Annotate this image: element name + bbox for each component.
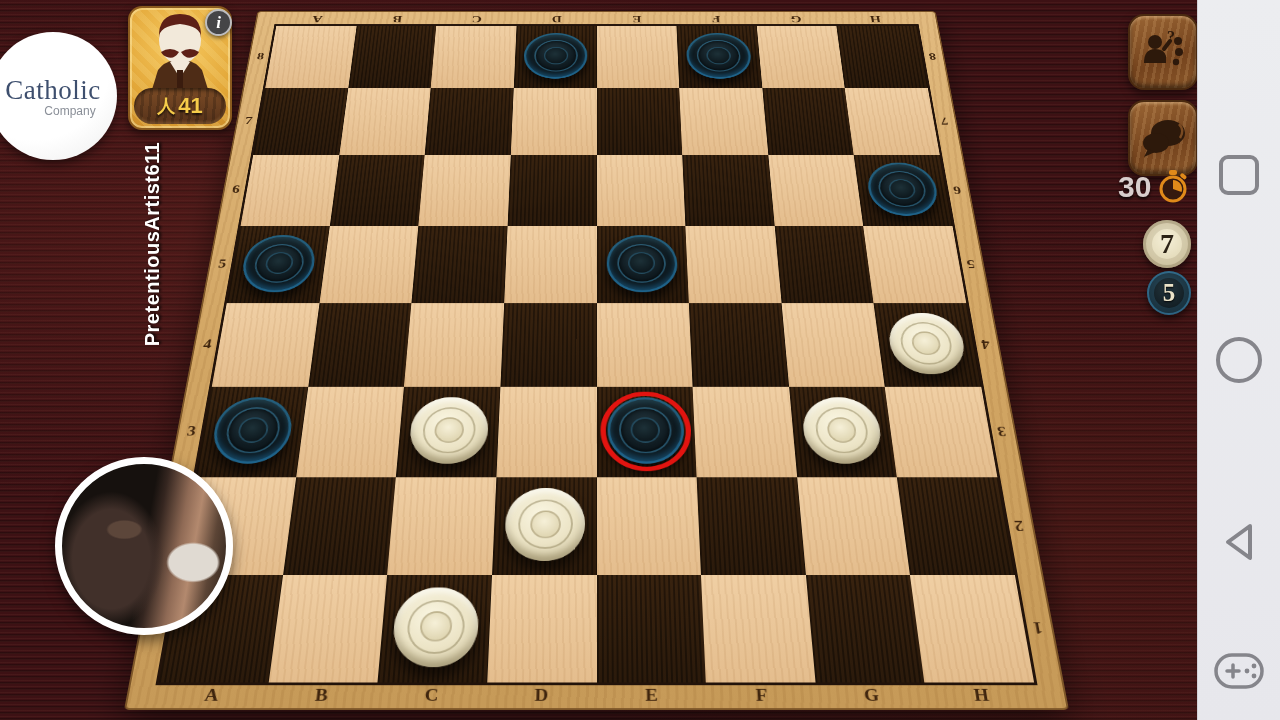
square-d8[interactable]	[514, 26, 597, 88]
file-label: B	[356, 12, 437, 25]
ad-line2: Company	[44, 104, 95, 118]
file-label: C	[375, 682, 487, 708]
webcam-video-circle[interactable]	[55, 457, 233, 635]
stopwatch-icon	[1157, 170, 1189, 204]
square-b8[interactable]	[348, 26, 436, 88]
dark-checker-piece[interactable]	[209, 397, 296, 464]
ad-logo-circle[interactable]: Catholic Company	[0, 32, 117, 160]
file-labels-top: ABCDEFGH	[276, 12, 916, 25]
white-checker-piece[interactable]	[800, 397, 884, 464]
square-e2[interactable]	[597, 477, 702, 575]
svg-text:?: ?	[1167, 29, 1175, 45]
square-h3[interactable]	[885, 387, 997, 477]
opponent-name: PretentiousArtist611	[141, 106, 164, 382]
file-label: A	[154, 682, 268, 708]
home-circle-icon[interactable]	[1215, 336, 1263, 384]
square-d4[interactable]	[500, 303, 596, 386]
white-checker-piece[interactable]	[885, 313, 968, 375]
square-g4[interactable]	[781, 303, 885, 386]
square-f4[interactable]	[689, 303, 789, 386]
square-f5[interactable]	[685, 226, 781, 303]
person-question-icon: ?	[1140, 29, 1186, 75]
file-label: E	[597, 12, 677, 25]
square-e7[interactable]	[597, 88, 683, 155]
back-triangle-icon[interactable]	[1218, 520, 1260, 564]
ad-line1: Catholic	[5, 75, 100, 106]
file-label: E	[597, 682, 708, 708]
square-b5[interactable]	[319, 226, 418, 303]
square-e4[interactable]	[597, 303, 693, 386]
square-h5[interactable]	[863, 226, 966, 303]
square-c8[interactable]	[431, 26, 517, 88]
square-d3[interactable]	[496, 387, 596, 477]
square-a6[interactable]	[241, 155, 340, 227]
square-d1[interactable]	[487, 575, 596, 682]
square-b1[interactable]	[268, 575, 387, 682]
square-f3[interactable]	[693, 387, 797, 477]
square-c7[interactable]	[425, 88, 514, 155]
square-d5[interactable]	[504, 226, 596, 303]
white-captured-count: 7	[1160, 228, 1174, 260]
highlight-ring	[600, 392, 692, 471]
file-label: C	[436, 12, 517, 25]
square-d7[interactable]	[511, 88, 597, 155]
white-checker-piece[interactable]	[504, 488, 585, 561]
square-e6[interactable]	[597, 155, 686, 227]
opponent-question-button[interactable]: ?	[1128, 14, 1198, 90]
file-label: H	[925, 682, 1039, 708]
square-b7[interactable]	[339, 88, 431, 155]
square-e1[interactable]	[597, 575, 706, 682]
file-label: A	[276, 12, 358, 25]
square-c5[interactable]	[412, 226, 508, 303]
file-label: H	[835, 12, 917, 25]
checkers-app-screen: { "game": "checkers (english draughts)",…	[0, 0, 1280, 720]
square-a4[interactable]	[212, 303, 319, 386]
square-h4[interactable]	[874, 303, 981, 386]
dark-captured-badge: 5	[1147, 271, 1191, 315]
square-h6[interactable]	[854, 155, 953, 227]
square-b2[interactable]	[283, 477, 396, 575]
checkers-board: ABCDEFGH ABCDEFGH 87654321 87654321	[124, 11, 1069, 710]
square-f2[interactable]	[697, 477, 806, 575]
square-g7[interactable]	[762, 88, 854, 155]
square-a3[interactable]	[196, 387, 308, 477]
square-d2[interactable]	[492, 477, 597, 575]
square-c4[interactable]	[404, 303, 504, 386]
dark-checker-piece[interactable]	[523, 33, 588, 79]
square-b6[interactable]	[330, 155, 425, 227]
game-tools-icon[interactable]	[1213, 650, 1265, 692]
file-label: G	[755, 12, 836, 25]
square-f7[interactable]	[679, 88, 768, 155]
file-label: F	[706, 682, 818, 708]
white-captured-badge: 7	[1143, 220, 1191, 268]
square-c2[interactable]	[387, 477, 496, 575]
square-g1[interactable]	[806, 575, 925, 682]
square-g8[interactable]	[757, 26, 845, 88]
move-timer: 30	[1118, 170, 1198, 204]
info-letter: i	[216, 13, 221, 33]
dark-checker-piece[interactable]	[686, 33, 753, 79]
info-button[interactable]: i	[205, 9, 232, 36]
square-e3[interactable]	[597, 387, 697, 477]
file-label: F	[676, 12, 757, 25]
file-labels-bottom: ABCDEFGH	[154, 682, 1038, 708]
square-c6[interactable]	[419, 155, 511, 227]
square-g2[interactable]	[797, 477, 910, 575]
dark-captured-count: 5	[1163, 279, 1176, 307]
white-checker-piece[interactable]	[391, 588, 480, 667]
square-e8[interactable]	[597, 26, 680, 88]
square-g6[interactable]	[768, 155, 863, 227]
square-f6[interactable]	[682, 155, 774, 227]
square-h8[interactable]	[837, 26, 928, 88]
dark-checker-piece[interactable]	[239, 235, 319, 292]
square-c1[interactable]	[378, 575, 492, 682]
square-g3[interactable]	[789, 387, 897, 477]
square-a5[interactable]	[227, 226, 330, 303]
chat-button[interactable]	[1128, 100, 1198, 176]
square-h7[interactable]	[845, 88, 940, 155]
square-b3[interactable]	[296, 387, 404, 477]
square-f1[interactable]	[701, 575, 815, 682]
dark-checker-piece[interactable]	[606, 235, 678, 292]
white-checker-piece[interactable]	[408, 397, 489, 464]
square-h2[interactable]	[897, 477, 1015, 575]
chat-bubbles-icon	[1139, 116, 1187, 160]
square-a7[interactable]	[253, 88, 348, 155]
board-grid	[159, 26, 1034, 683]
file-label: D	[486, 682, 597, 708]
square-g5[interactable]	[774, 226, 873, 303]
level-value: 41	[178, 93, 202, 119]
file-label: D	[516, 12, 596, 25]
file-label: G	[815, 682, 928, 708]
android-nav-bar	[1197, 0, 1280, 720]
timer-value: 30	[1118, 170, 1151, 204]
file-label: B	[265, 682, 378, 708]
square-e5[interactable]	[597, 226, 689, 303]
dark-checker-piece[interactable]	[864, 163, 940, 216]
square-c3[interactable]	[396, 387, 500, 477]
square-h1[interactable]	[910, 575, 1034, 682]
square-d6[interactable]	[508, 155, 597, 227]
square-b4[interactable]	[308, 303, 412, 386]
recents-square-icon[interactable]	[1217, 153, 1261, 197]
square-a8[interactable]	[265, 26, 356, 88]
square-f8[interactable]	[677, 26, 763, 88]
